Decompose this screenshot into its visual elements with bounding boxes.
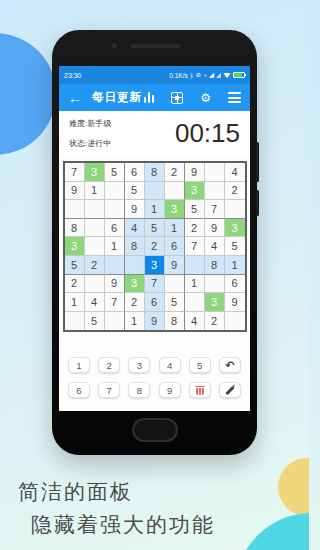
sudoku-cell-r6c7[interactable] bbox=[185, 256, 205, 275]
back-button[interactable]: ← bbox=[68, 90, 92, 106]
sudoku-board-wrap: 7356829491532913578645129331826745523981… bbox=[63, 161, 247, 332]
sudoku-cell-r3c9[interactable] bbox=[225, 200, 245, 219]
sudoku-cell-r4c8[interactable]: 9 bbox=[205, 219, 225, 238]
sudoku-cell-r9c2[interactable]: 5 bbox=[85, 312, 105, 331]
sudoku-cell-r4c3[interactable]: 6 bbox=[105, 219, 125, 238]
decor-circle-cyan bbox=[236, 513, 309, 550]
sudoku-cell-r7c8[interactable] bbox=[205, 275, 225, 294]
sudoku-cell-r3c8[interactable]: 7 bbox=[205, 200, 225, 219]
sudoku-cell-r7c9[interactable]: 6 bbox=[225, 275, 245, 294]
sudoku-cell-r5c4[interactable]: 8 bbox=[125, 237, 145, 256]
undo-button[interactable]: ↶ bbox=[219, 357, 241, 373]
phone-frame: 23:30 0.1K/s ᛒ ⊘ ◔ ◢ ◢ ← 每日更新 ⚙ bbox=[52, 30, 257, 455]
digit-button-1[interactable]: 1 bbox=[68, 357, 90, 373]
digit-button-7[interactable]: 7 bbox=[98, 382, 120, 398]
bar-chart-icon[interactable] bbox=[144, 92, 155, 103]
sudoku-board: 7356829491532913578645129331826745523981… bbox=[63, 161, 247, 332]
digit-button-9[interactable]: 9 bbox=[159, 382, 181, 398]
sudoku-cell-r5c3[interactable]: 1 bbox=[105, 237, 125, 256]
net-speed-text: 0.1K/s bbox=[169, 72, 187, 79]
sudoku-cell-r2c6[interactable] bbox=[165, 182, 185, 201]
sudoku-cell-r3c7[interactable]: 5 bbox=[185, 200, 205, 219]
alarm-icon: ◔ bbox=[203, 72, 207, 79]
status-label: 状态:进行中 bbox=[69, 138, 111, 149]
home-button[interactable] bbox=[132, 418, 178, 442]
undo-icon: ↶ bbox=[225, 359, 234, 372]
numpad-row-2: 6789 bbox=[68, 382, 241, 398]
sudoku-cell-r7c5[interactable]: 7 bbox=[145, 275, 165, 294]
sudoku-cell-r4c5[interactable]: 5 bbox=[145, 219, 165, 238]
marketing-caption-2: 隐藏着强大的功能 bbox=[31, 511, 215, 539]
sudoku-cell-r3c1[interactable] bbox=[65, 200, 85, 219]
app-screen: 23:30 0.1K/s ᛒ ⊘ ◔ ◢ ◢ ← 每日更新 ⚙ bbox=[59, 66, 250, 411]
decor-circle-yellow bbox=[278, 458, 309, 516]
front-camera bbox=[112, 43, 117, 48]
sudoku-cell-r6c1[interactable]: 5 bbox=[65, 256, 85, 275]
sim2-signal-icon: ◢ bbox=[216, 71, 221, 79]
sudoku-cell-r8c7[interactable] bbox=[185, 293, 205, 312]
sudoku-cell-r3c5[interactable]: 1 bbox=[145, 200, 165, 219]
sudoku-cell-r5c5[interactable]: 2 bbox=[145, 237, 165, 256]
cellular-signal-icon: ◢ bbox=[209, 71, 214, 79]
sudoku-cell-r4c9[interactable]: 3 bbox=[225, 219, 245, 238]
sudoku-cell-r7c4[interactable]: 3 bbox=[125, 275, 145, 294]
sudoku-cell-r9c5[interactable]: 9 bbox=[145, 312, 165, 331]
sudoku-cell-r5c1[interactable]: 3 bbox=[65, 237, 85, 256]
power-button bbox=[256, 190, 259, 216]
sudoku-cell-r9c7[interactable]: 4 bbox=[185, 312, 205, 331]
do-not-disturb-icon: ⊘ bbox=[196, 71, 201, 79]
sudoku-cell-r6c9[interactable]: 1 bbox=[225, 256, 245, 275]
sudoku-cell-r2c7[interactable]: 3 bbox=[185, 182, 205, 201]
sudoku-cell-r3c4[interactable]: 9 bbox=[125, 200, 145, 219]
sudoku-cell-r4c1[interactable]: 8 bbox=[65, 219, 85, 238]
number-pad: 12345 ↶ 6789 bbox=[59, 357, 250, 398]
sudoku-cell-r1c6[interactable]: 2 bbox=[165, 163, 185, 182]
digit-button-2[interactable]: 2 bbox=[98, 357, 120, 373]
decor-circle-blue bbox=[0, 33, 56, 155]
difficulty-label: 难度:新手级 bbox=[69, 118, 111, 129]
sudoku-cell-r7c6[interactable] bbox=[165, 275, 185, 294]
sudoku-cell-r8c8[interactable]: 3 bbox=[205, 293, 225, 312]
sudoku-cell-r4c4[interactable]: 4 bbox=[125, 219, 145, 238]
settings-gear-icon[interactable]: ⚙ bbox=[200, 92, 211, 104]
sudoku-cell-r8c1[interactable]: 1 bbox=[65, 293, 85, 312]
sudoku-cell-r8c9[interactable]: 9 bbox=[225, 293, 245, 312]
sudoku-cell-r9c3[interactable] bbox=[105, 312, 125, 331]
menu-icon[interactable] bbox=[228, 92, 241, 103]
sudoku-cell-r2c5[interactable] bbox=[145, 182, 165, 201]
sudoku-cell-r3c6[interactable]: 3 bbox=[165, 200, 185, 219]
bluetooth-icon: ᛒ bbox=[190, 72, 194, 79]
sudoku-cell-r1c2[interactable]: 3 bbox=[85, 163, 105, 182]
numpad-row-1: 12345 ↶ bbox=[68, 357, 241, 373]
sudoku-cell-r2c9[interactable]: 2 bbox=[225, 182, 245, 201]
sudoku-cell-r9c8[interactable]: 2 bbox=[205, 312, 225, 331]
volume-button bbox=[256, 142, 259, 182]
sudoku-cell-r2c8[interactable] bbox=[205, 182, 225, 201]
digit-button-5[interactable]: 5 bbox=[189, 357, 211, 373]
sudoku-cell-r6c4[interactable] bbox=[125, 256, 145, 275]
sudoku-cell-r1c5[interactable]: 8 bbox=[145, 163, 165, 182]
sudoku-cell-r8c2[interactable]: 4 bbox=[85, 293, 105, 312]
app-bar: ← 每日更新 ⚙ bbox=[59, 84, 250, 111]
timer-display: 00:15 bbox=[175, 118, 240, 149]
notes-button[interactable] bbox=[219, 382, 241, 398]
sudoku-cell-r4c7[interactable]: 2 bbox=[185, 219, 205, 238]
sudoku-cell-r5c7[interactable]: 7 bbox=[185, 237, 205, 256]
status-bar: 23:30 0.1K/s ᛒ ⊘ ◔ ◢ ◢ bbox=[59, 66, 250, 84]
digit-button-4[interactable]: 4 bbox=[159, 357, 181, 373]
sudoku-cell-r9c1[interactable] bbox=[65, 312, 85, 331]
sudoku-cell-r8c5[interactable]: 6 bbox=[145, 293, 165, 312]
battery-icon bbox=[233, 72, 245, 78]
sudoku-cell-r6c8[interactable]: 8 bbox=[205, 256, 225, 275]
sudoku-cell-r6c3[interactable] bbox=[105, 256, 125, 275]
pencil-icon bbox=[225, 386, 234, 395]
sudoku-cell-r8c6[interactable]: 5 bbox=[165, 293, 185, 312]
page-title: 每日更新 bbox=[92, 90, 142, 105]
sudoku-cell-r1c1[interactable]: 7 bbox=[65, 163, 85, 182]
sudoku-cell-r2c2[interactable]: 1 bbox=[85, 182, 105, 201]
sudoku-cell-r1c8[interactable] bbox=[205, 163, 225, 182]
sudoku-cell-r6c2[interactable]: 2 bbox=[85, 256, 105, 275]
sudoku-cell-r9c4[interactable]: 1 bbox=[125, 312, 145, 331]
sudoku-cell-r4c2[interactable] bbox=[85, 219, 105, 238]
sudoku-cell-r5c6[interactable]: 6 bbox=[165, 237, 185, 256]
sudoku-cell-r8c4[interactable]: 2 bbox=[125, 293, 145, 312]
grid-board-icon[interactable] bbox=[171, 92, 183, 104]
sudoku-cell-r7c1[interactable]: 2 bbox=[65, 275, 85, 294]
sudoku-cell-r9c6[interactable]: 8 bbox=[165, 312, 185, 331]
earpiece-speaker bbox=[130, 44, 180, 48]
sudoku-cell-r5c2[interactable] bbox=[85, 237, 105, 256]
clock-text: 23:30 bbox=[64, 72, 82, 79]
digit-button-6[interactable]: 6 bbox=[68, 382, 90, 398]
sudoku-cell-r1c3[interactable]: 5 bbox=[105, 163, 125, 182]
wifi-icon bbox=[223, 73, 231, 78]
sudoku-cell-r1c7[interactable]: 9 bbox=[185, 163, 205, 182]
sudoku-cell-r6c6[interactable]: 9 bbox=[165, 256, 185, 275]
digit-button-3[interactable]: 3 bbox=[128, 357, 150, 373]
sudoku-cell-r2c1[interactable]: 9 bbox=[65, 182, 85, 201]
sudoku-cell-r5c8[interactable]: 4 bbox=[205, 237, 225, 256]
sudoku-cell-r2c4[interactable]: 5 bbox=[125, 182, 145, 201]
sudoku-cell-r5c9[interactable]: 5 bbox=[225, 237, 245, 256]
sudoku-cell-r1c9[interactable]: 4 bbox=[225, 163, 245, 182]
game-info-panel: 难度:新手级 状态:进行中 00:15 bbox=[59, 111, 250, 156]
erase-button[interactable] bbox=[189, 382, 211, 398]
marketing-caption-1: 简洁的面板 bbox=[18, 478, 133, 506]
sudoku-cell-r6c5[interactable]: 3 bbox=[145, 256, 165, 275]
sudoku-cell-r8c3[interactable]: 7 bbox=[105, 293, 125, 312]
digit-button-8[interactable]: 8 bbox=[128, 382, 150, 398]
sudoku-cell-r7c2[interactable] bbox=[85, 275, 105, 294]
sudoku-cell-r7c3[interactable]: 9 bbox=[105, 275, 125, 294]
sudoku-cell-r3c3[interactable] bbox=[105, 200, 125, 219]
sudoku-cell-r9c9[interactable] bbox=[225, 312, 245, 331]
sudoku-cell-r7c7[interactable]: 1 bbox=[185, 275, 205, 294]
trash-icon bbox=[196, 386, 204, 395]
sudoku-cell-r3c2[interactable] bbox=[85, 200, 105, 219]
sudoku-cell-r4c6[interactable]: 1 bbox=[165, 219, 185, 238]
sudoku-cell-r2c3[interactable] bbox=[105, 182, 125, 201]
sudoku-cell-r1c4[interactable]: 6 bbox=[125, 163, 145, 182]
